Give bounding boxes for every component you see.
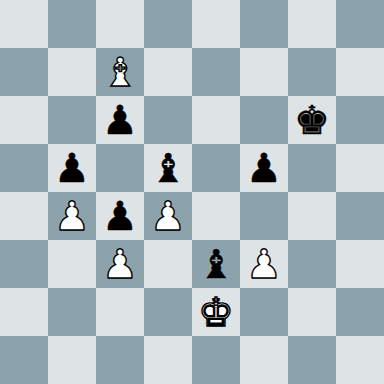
square-c7[interactable]: ♝ [96, 48, 144, 96]
square-e1[interactable] [192, 336, 240, 384]
white-pawn-piece[interactable]: ♟ [246, 241, 282, 287]
square-f6[interactable] [240, 96, 288, 144]
black-pawn-piece[interactable]: ♟ [102, 97, 138, 143]
square-h6[interactable] [336, 96, 384, 144]
square-a2[interactable] [0, 288, 48, 336]
square-e8[interactable] [192, 0, 240, 48]
square-f1[interactable] [240, 336, 288, 384]
square-a5[interactable] [0, 144, 48, 192]
square-g1[interactable] [288, 336, 336, 384]
square-h3[interactable] [336, 240, 384, 288]
square-g8[interactable] [288, 0, 336, 48]
black-bishop-piece[interactable]: ♝ [198, 241, 234, 287]
chess-board: ♝♟♚♟♝♟♟♟♟♟♝♟♚ [0, 0, 384, 384]
square-b3[interactable] [48, 240, 96, 288]
square-d6[interactable] [144, 96, 192, 144]
square-h4[interactable] [336, 192, 384, 240]
square-d3[interactable] [144, 240, 192, 288]
square-a7[interactable] [0, 48, 48, 96]
white-pawn-piece[interactable]: ♟ [150, 193, 186, 239]
square-g5[interactable] [288, 144, 336, 192]
white-king-piece[interactable]: ♚ [198, 289, 234, 335]
black-pawn-piece[interactable]: ♟ [102, 193, 138, 239]
square-f7[interactable] [240, 48, 288, 96]
square-c4[interactable]: ♟ [96, 192, 144, 240]
square-b5[interactable]: ♟ [48, 144, 96, 192]
square-e3[interactable]: ♝ [192, 240, 240, 288]
square-d2[interactable] [144, 288, 192, 336]
square-f3[interactable]: ♟ [240, 240, 288, 288]
square-c5[interactable] [96, 144, 144, 192]
square-b4[interactable]: ♟ [48, 192, 96, 240]
square-d5[interactable]: ♝ [144, 144, 192, 192]
square-a1[interactable] [0, 336, 48, 384]
square-g3[interactable] [288, 240, 336, 288]
square-a3[interactable] [0, 240, 48, 288]
square-c6[interactable]: ♟ [96, 96, 144, 144]
square-e5[interactable] [192, 144, 240, 192]
square-h5[interactable] [336, 144, 384, 192]
square-e7[interactable] [192, 48, 240, 96]
white-bishop-piece[interactable]: ♝ [102, 49, 138, 95]
square-a6[interactable] [0, 96, 48, 144]
white-pawn-piece[interactable]: ♟ [54, 193, 90, 239]
square-b7[interactable] [48, 48, 96, 96]
square-g2[interactable] [288, 288, 336, 336]
square-b1[interactable] [48, 336, 96, 384]
square-c1[interactable] [96, 336, 144, 384]
black-bishop-piece[interactable]: ♝ [150, 145, 186, 191]
white-pawn-piece[interactable]: ♟ [102, 241, 138, 287]
square-f2[interactable] [240, 288, 288, 336]
square-h7[interactable] [336, 48, 384, 96]
square-g7[interactable] [288, 48, 336, 96]
square-a4[interactable] [0, 192, 48, 240]
square-d8[interactable] [144, 0, 192, 48]
square-a8[interactable] [0, 0, 48, 48]
square-c3[interactable]: ♟ [96, 240, 144, 288]
square-e6[interactable] [192, 96, 240, 144]
black-pawn-piece[interactable]: ♟ [246, 145, 282, 191]
square-g4[interactable] [288, 192, 336, 240]
square-f5[interactable]: ♟ [240, 144, 288, 192]
square-b2[interactable] [48, 288, 96, 336]
square-f4[interactable] [240, 192, 288, 240]
square-f8[interactable] [240, 0, 288, 48]
square-c2[interactable] [96, 288, 144, 336]
square-d1[interactable] [144, 336, 192, 384]
black-king-piece[interactable]: ♚ [294, 97, 330, 143]
square-b8[interactable] [48, 0, 96, 48]
black-pawn-piece[interactable]: ♟ [54, 145, 90, 191]
square-h8[interactable] [336, 0, 384, 48]
square-g6[interactable]: ♚ [288, 96, 336, 144]
square-h1[interactable] [336, 336, 384, 384]
square-e2[interactable]: ♚ [192, 288, 240, 336]
square-d4[interactable]: ♟ [144, 192, 192, 240]
square-h2[interactable] [336, 288, 384, 336]
square-b6[interactable] [48, 96, 96, 144]
square-c8[interactable] [96, 0, 144, 48]
square-e4[interactable] [192, 192, 240, 240]
square-d7[interactable] [144, 48, 192, 96]
